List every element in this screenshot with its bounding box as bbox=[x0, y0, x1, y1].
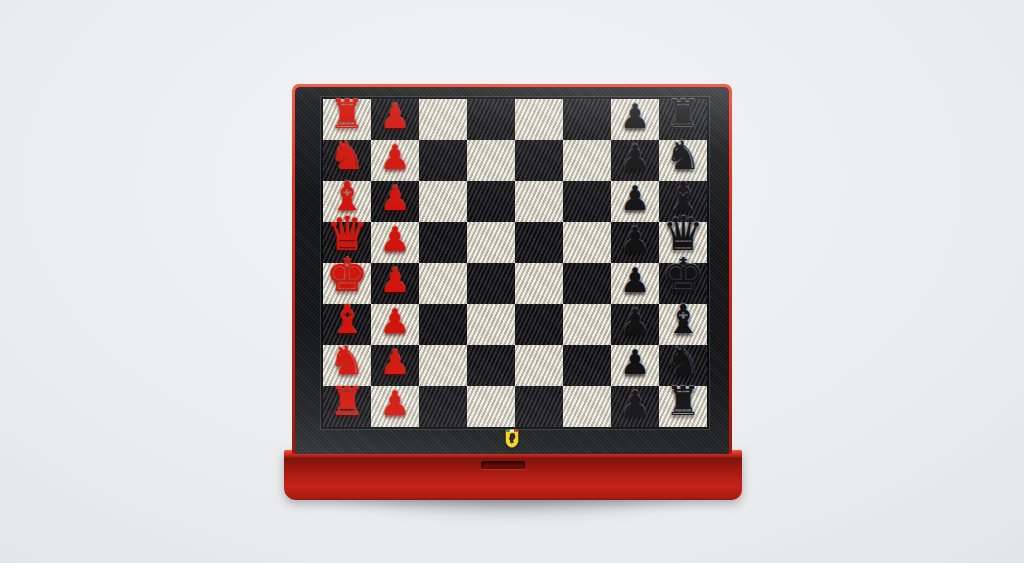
square-r4c6[interactable] bbox=[563, 222, 611, 263]
piece-black-pawn[interactable]: ♟ bbox=[611, 259, 659, 300]
piece-black-pawn[interactable]: ♟ bbox=[611, 341, 659, 382]
square-r1c4[interactable] bbox=[467, 99, 515, 140]
piece-red-knight[interactable]: ♞ bbox=[323, 339, 371, 380]
square-r2c3[interactable] bbox=[419, 140, 467, 181]
square-r3c7[interactable]: ♟ bbox=[611, 181, 659, 222]
piece-black-rook[interactable]: ♜ bbox=[659, 93, 707, 134]
square-r8c4[interactable] bbox=[467, 386, 515, 427]
square-r2c5[interactable] bbox=[515, 140, 563, 181]
square-r4c2[interactable]: ♟ bbox=[371, 222, 419, 263]
piece-black-pawn[interactable]: ♟ bbox=[611, 95, 659, 136]
piece-black-knight[interactable]: ♞ bbox=[659, 134, 707, 175]
chess-board: ♜♟♟♜♞♟♟♞♝♟♟♝♛♟♟♛♚♟♟♚♝♟♟♝♞♟♟♞♜♟♟♜ bbox=[321, 97, 709, 429]
square-r2c6[interactable] bbox=[563, 140, 611, 181]
square-r2c7[interactable]: ♟ bbox=[611, 140, 659, 181]
square-r2c2[interactable]: ♟ bbox=[371, 140, 419, 181]
piece-red-rook[interactable]: ♜ bbox=[323, 380, 371, 421]
square-r4c3[interactable] bbox=[419, 222, 467, 263]
square-r3c6[interactable] bbox=[563, 181, 611, 222]
box-latch-notch bbox=[481, 461, 525, 469]
square-r7c5[interactable] bbox=[515, 345, 563, 386]
piece-black-knight[interactable]: ♞ bbox=[659, 339, 707, 380]
square-r5c6[interactable] bbox=[563, 263, 611, 304]
square-r7c7[interactable]: ♟ bbox=[611, 345, 659, 386]
square-r3c2[interactable]: ♟ bbox=[371, 181, 419, 222]
piece-black-bishop[interactable]: ♝ bbox=[659, 298, 707, 339]
square-r5c3[interactable] bbox=[419, 263, 467, 304]
piece-red-pawn[interactable]: ♟ bbox=[371, 95, 419, 136]
square-r1c2[interactable]: ♟ bbox=[371, 99, 419, 140]
square-r3c4[interactable] bbox=[467, 181, 515, 222]
square-r1c6[interactable] bbox=[563, 99, 611, 140]
piece-red-king[interactable]: ♚ bbox=[323, 254, 371, 295]
ferrari-shield-logo bbox=[505, 428, 520, 449]
square-r1c7[interactable]: ♟ bbox=[611, 99, 659, 140]
square-r3c3[interactable] bbox=[419, 181, 467, 222]
square-r4c5[interactable] bbox=[515, 222, 563, 263]
square-r3c5[interactable] bbox=[515, 181, 563, 222]
piece-red-pawn[interactable]: ♟ bbox=[371, 259, 419, 300]
piece-red-pawn[interactable]: ♟ bbox=[371, 177, 419, 218]
square-r7c4[interactable] bbox=[467, 345, 515, 386]
chess-board-lid: ♜♟♟♜♞♟♟♞♝♟♟♝♛♟♟♛♚♟♟♚♝♟♟♝♞♟♟♞♜♟♟♜ bbox=[292, 84, 732, 454]
square-r6c4[interactable] bbox=[467, 304, 515, 345]
square-r2c4[interactable] bbox=[467, 140, 515, 181]
piece-red-pawn[interactable]: ♟ bbox=[371, 136, 419, 177]
studio-backdrop: ♜♟♟♜♞♟♟♞♝♟♟♝♛♟♟♛♚♟♟♚♝♟♟♝♞♟♟♞♜♟♟♜ bbox=[0, 0, 1024, 563]
piece-red-pawn[interactable]: ♟ bbox=[371, 341, 419, 382]
square-r6c2[interactable]: ♟ bbox=[371, 304, 419, 345]
square-r8c5[interactable] bbox=[515, 386, 563, 427]
square-r8c7[interactable]: ♟ bbox=[611, 386, 659, 427]
square-r1c5[interactable] bbox=[515, 99, 563, 140]
square-r7c6[interactable] bbox=[563, 345, 611, 386]
piece-black-pawn[interactable]: ♟ bbox=[611, 382, 659, 423]
square-r8c2[interactable]: ♟ bbox=[371, 386, 419, 427]
piece-red-rook[interactable]: ♜ bbox=[323, 93, 371, 134]
square-r1c3[interactable] bbox=[419, 99, 467, 140]
square-r5c4[interactable] bbox=[467, 263, 515, 304]
square-r5c5[interactable] bbox=[515, 263, 563, 304]
piece-black-pawn[interactable]: ♟ bbox=[611, 177, 659, 218]
square-r6c6[interactable] bbox=[563, 304, 611, 345]
piece-red-knight[interactable]: ♞ bbox=[323, 134, 371, 175]
chess-box-base bbox=[284, 450, 742, 500]
square-r6c5[interactable] bbox=[515, 304, 563, 345]
piece-black-king[interactable]: ♚ bbox=[659, 254, 707, 295]
square-r5c7[interactable]: ♟ bbox=[611, 263, 659, 304]
piece-black-pawn[interactable]: ♟ bbox=[611, 218, 659, 259]
square-r8c3[interactable] bbox=[419, 386, 467, 427]
square-r7c2[interactable]: ♟ bbox=[371, 345, 419, 386]
square-r8c8[interactable]: ♜ bbox=[659, 386, 707, 427]
piece-black-rook[interactable]: ♜ bbox=[659, 380, 707, 421]
square-r8c6[interactable] bbox=[563, 386, 611, 427]
piece-black-pawn[interactable]: ♟ bbox=[611, 300, 659, 341]
square-r8c1[interactable]: ♜ bbox=[323, 386, 371, 427]
piece-red-pawn[interactable]: ♟ bbox=[371, 382, 419, 423]
square-r4c4[interactable] bbox=[467, 222, 515, 263]
square-r4c7[interactable]: ♟ bbox=[611, 222, 659, 263]
square-r7c3[interactable] bbox=[419, 345, 467, 386]
piece-red-pawn[interactable]: ♟ bbox=[371, 300, 419, 341]
carbon-board-surface: ♜♟♟♜♞♟♟♞♝♟♟♝♛♟♟♛♚♟♟♚♝♟♟♝♞♟♟♞♜♟♟♜ bbox=[295, 87, 729, 454]
piece-red-pawn[interactable]: ♟ bbox=[371, 218, 419, 259]
piece-red-bishop[interactable]: ♝ bbox=[323, 298, 371, 339]
square-r5c2[interactable]: ♟ bbox=[371, 263, 419, 304]
piece-black-pawn[interactable]: ♟ bbox=[611, 136, 659, 177]
square-r6c7[interactable]: ♟ bbox=[611, 304, 659, 345]
square-r6c3[interactable] bbox=[419, 304, 467, 345]
